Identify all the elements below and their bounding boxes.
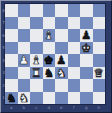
rank-label-8: 8 — [2, 9, 5, 13]
square-c2[interactable] — [30, 79, 43, 92]
square-d8[interactable] — [43, 4, 56, 17]
file-label-a: a — [5, 106, 18, 110]
square-d6[interactable]: ♝ — [43, 29, 56, 42]
chess-board: ♝♟♚♟♝♚♟♜♞♞♛♞♞ — [5, 4, 105, 104]
square-a3[interactable] — [5, 67, 18, 80]
square-b3[interactable] — [18, 67, 31, 80]
square-b8[interactable] — [18, 4, 31, 17]
square-g3[interactable] — [80, 67, 93, 80]
piece-white-bishop-d6[interactable]: ♝ — [44, 29, 54, 42]
square-f3[interactable] — [68, 67, 81, 80]
rank-label-2: 2 — [2, 84, 5, 88]
square-h2[interactable] — [93, 79, 106, 92]
square-e7[interactable] — [55, 17, 68, 30]
square-h7[interactable] — [93, 17, 106, 30]
file-label-g: g — [80, 106, 93, 110]
square-f1[interactable] — [68, 92, 81, 105]
square-b6[interactable] — [18, 29, 31, 42]
piece-white-king-g5[interactable]: ♚ — [81, 41, 91, 54]
rank-label-4: 4 — [2, 59, 5, 63]
chess-board-frame: ♝♟♚♟♝♚♟♜♞♞♛♞♞ 87654321abcdefgh — [0, 0, 112, 113]
file-label-h: h — [93, 106, 106, 110]
square-h5[interactable] — [93, 42, 106, 55]
square-f8[interactable] — [68, 4, 81, 17]
square-a5[interactable] — [5, 42, 18, 55]
square-g5[interactable]: ♚ — [80, 42, 93, 55]
square-e8[interactable] — [55, 4, 68, 17]
rank-label-3: 3 — [2, 71, 5, 75]
square-g8[interactable] — [80, 4, 93, 17]
square-b4[interactable]: ♟ — [18, 54, 31, 67]
square-d3[interactable]: ♞ — [43, 67, 56, 80]
square-f7[interactable] — [68, 17, 81, 30]
square-f5[interactable] — [68, 42, 81, 55]
square-b7[interactable] — [18, 17, 31, 30]
piece-white-knight-b1[interactable]: ♞ — [19, 91, 29, 104]
file-label-e: e — [55, 106, 68, 110]
square-e1[interactable] — [55, 92, 68, 105]
rank-label-6: 6 — [2, 34, 5, 38]
square-g1[interactable] — [80, 92, 93, 105]
square-a1[interactable]: ♞ — [5, 92, 18, 105]
file-label-b: b — [18, 106, 31, 110]
square-c1[interactable] — [30, 92, 43, 105]
piece-white-queen-h3[interactable]: ♛ — [94, 66, 104, 79]
square-d1[interactable] — [43, 92, 56, 105]
square-c8[interactable] — [30, 4, 43, 17]
rank-label-1: 1 — [2, 96, 5, 100]
square-d2[interactable] — [43, 79, 56, 92]
square-a4[interactable] — [5, 54, 18, 67]
square-h1[interactable] — [93, 92, 106, 105]
square-c6[interactable] — [30, 29, 43, 42]
square-a7[interactable] — [5, 17, 18, 30]
square-e3[interactable]: ♞ — [55, 67, 68, 80]
square-g4[interactable] — [80, 54, 93, 67]
square-b1[interactable]: ♞ — [18, 92, 31, 105]
piece-black-knight-d3[interactable]: ♞ — [44, 66, 54, 79]
square-f2[interactable] — [68, 79, 81, 92]
square-h6[interactable] — [93, 29, 106, 42]
square-g2[interactable] — [80, 79, 93, 92]
rank-label-5: 5 — [2, 46, 5, 50]
file-label-c: c — [30, 106, 43, 110]
square-c3[interactable]: ♜ — [30, 67, 43, 80]
piece-black-knight-a1[interactable]: ♞ — [6, 91, 16, 104]
rank-label-7: 7 — [2, 21, 5, 25]
piece-white-knight-e3[interactable]: ♞ — [56, 66, 66, 79]
square-c7[interactable] — [30, 17, 43, 30]
square-e2[interactable] — [55, 79, 68, 92]
square-f6[interactable] — [68, 29, 81, 42]
square-f4[interactable] — [68, 54, 81, 67]
file-label-d: d — [43, 106, 56, 110]
square-h8[interactable] — [93, 4, 106, 17]
piece-white-pawn-b4[interactable]: ♟ — [19, 54, 29, 67]
square-e6[interactable] — [55, 29, 68, 42]
square-a8[interactable] — [5, 4, 18, 17]
square-a6[interactable] — [5, 29, 18, 42]
piece-white-rook-c3[interactable]: ♜ — [31, 66, 41, 79]
file-label-f: f — [68, 106, 81, 110]
square-h3[interactable]: ♛ — [93, 67, 106, 80]
